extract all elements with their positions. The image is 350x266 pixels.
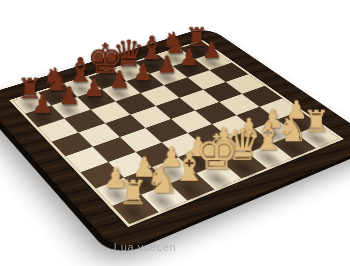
square-dark (203, 82, 242, 102)
board-scene: ♜♟♟♜♞♟♟♞♝♟♟♝♛♟♟♛♚♟♟♚♝♟♟♝♞♟♟♞♜♟♟♜ (0, 0, 350, 266)
square-light (131, 106, 171, 128)
chess-board-grid: ♜♟♟♜♞♟♟♞♝♟♟♝♛♟♟♛♚♟♟♚♝♟♟♝♞♟♟♞♜♟♟♜ (9, 40, 344, 227)
product-photo: ♜♟♟♜♞♟♟♞♝♟♟♝♛♟♟♛♚♟♟♚♝♟♟♝♞♟♟♞♜♟♟♜ l.ua vs… (0, 0, 350, 266)
square-dark: ♜ (112, 194, 159, 224)
chess-board: ♜♟♟♜♞♟♟♞♝♟♟♝♛♟♟♛♚♟♟♚♝♟♟♝♞♟♟♞♜♟♟♜ (0, 27, 350, 254)
piece-black-pawn: ♟ (10, 92, 75, 117)
watermark-text: l.ua vsecen (114, 241, 176, 253)
piece-white-rook: ♜ (96, 176, 171, 209)
square-dark: ♟ (25, 105, 65, 127)
